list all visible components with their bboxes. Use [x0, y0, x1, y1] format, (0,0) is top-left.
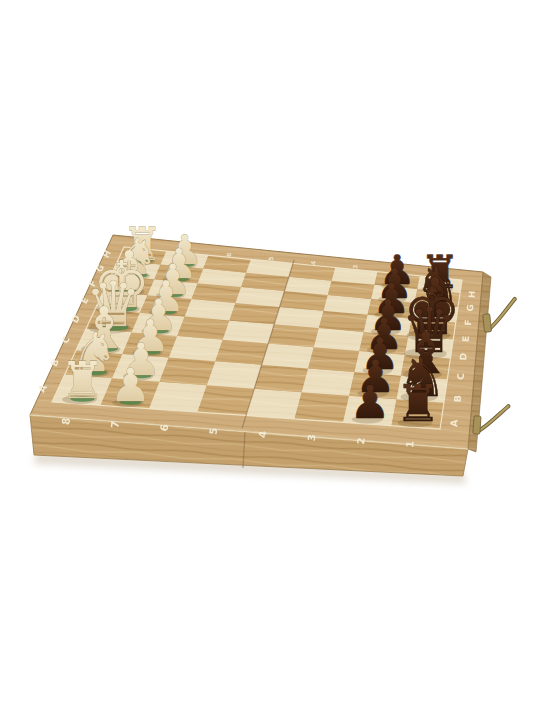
square-c4[interactable] [262, 344, 314, 369]
square-d3[interactable] [314, 328, 364, 351]
piece-glyph: ♟ [110, 359, 151, 412]
square-d6[interactable] [177, 317, 229, 340]
piece-white-rook-a8[interactable]: ♜ [60, 351, 106, 410]
label-front-rank-3: 3 [306, 434, 318, 442]
square-c5[interactable] [215, 340, 268, 365]
piece-glyph: ♜ [60, 351, 106, 410]
square-d5[interactable] [223, 321, 275, 344]
label-right-file-F: F [463, 319, 473, 325]
square-b6[interactable] [160, 358, 216, 386]
label-right-file-B: B [452, 395, 463, 403]
photo-canvas: chess 8765432187654321ABCDEFGHABCDEFGH♜♟… [0, 0, 540, 720]
square-b4[interactable] [254, 365, 308, 392]
label-front-rank-2: 2 [355, 437, 367, 445]
square-b5[interactable] [207, 361, 262, 389]
piece-glyph: ♟ [350, 376, 391, 429]
chess-board[interactable]: chess 8765432187654321ABCDEFGHABCDEFGH♜♟… [0, 0, 540, 720]
square-b3[interactable] [302, 369, 355, 396]
label-right-file-G: G [465, 304, 475, 311]
square-a5[interactable] [198, 385, 255, 415]
piece-white-pawn-a7[interactable]: ♟ [110, 359, 151, 412]
square-c3[interactable] [308, 347, 359, 372]
label-back-rank-3: 3 [351, 264, 358, 269]
label-front-rank-8: 8 [59, 417, 72, 426]
label-right-file-E: E [461, 336, 471, 342]
label-back-rank-5: 5 [267, 256, 274, 261]
label-right-file-A: A [448, 419, 459, 427]
label-front-rank-5: 5 [208, 427, 220, 435]
label-back-rank-6: 6 [225, 252, 232, 257]
piece-black-pawn-a2[interactable]: ♟ [350, 376, 391, 429]
piece-glyph: ♜ [395, 374, 441, 433]
square-a4[interactable] [246, 389, 302, 419]
label-front-rank-4: 4 [257, 430, 269, 438]
label-front-rank-6: 6 [158, 424, 171, 432]
piece-black-rook-a1[interactable]: ♜ [395, 374, 441, 433]
label-right-file-H: H [467, 291, 477, 298]
label-right-file-C: C [455, 373, 466, 380]
square-d4[interactable] [268, 324, 319, 347]
label-right-file-D: D [458, 352, 468, 360]
label-front-rank-7: 7 [108, 420, 121, 428]
square-a3[interactable] [295, 392, 350, 422]
